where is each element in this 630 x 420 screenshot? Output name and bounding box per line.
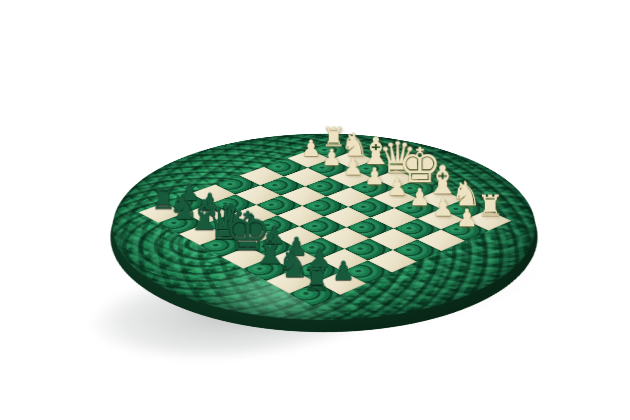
piece-white-pawn-a2[interactable]: ♟ xyxy=(301,137,321,159)
scene: ♜♟♞♟♝♟♛♟♚♟♝♟♟♞♜♟♟♜♞♟♟♝♟♛♟♚♟♝♟♞♟♜ xyxy=(0,0,630,420)
piece-green-pawn-h7[interactable]: ♟ xyxy=(332,258,355,284)
piece-white-pawn-d2[interactable]: ♟ xyxy=(364,165,385,188)
piece-green-rook-h8[interactable]: ♜ xyxy=(302,264,330,296)
piece-white-rook-h1[interactable]: ♜ xyxy=(477,192,503,221)
piece-white-pawn-f2[interactable]: ♟ xyxy=(409,186,430,210)
piece-white-pawn-e2[interactable]: ♟ xyxy=(386,175,407,199)
piece-white-pawn-c2[interactable]: ♟ xyxy=(342,156,363,179)
piece-white-pawn-h2[interactable]: ♟ xyxy=(456,207,478,231)
piece-white-pawn-b2[interactable]: ♟ xyxy=(321,146,341,169)
piece-white-pawn-g2[interactable]: ♟ xyxy=(432,196,454,220)
square-e4[interactable] xyxy=(324,207,371,227)
